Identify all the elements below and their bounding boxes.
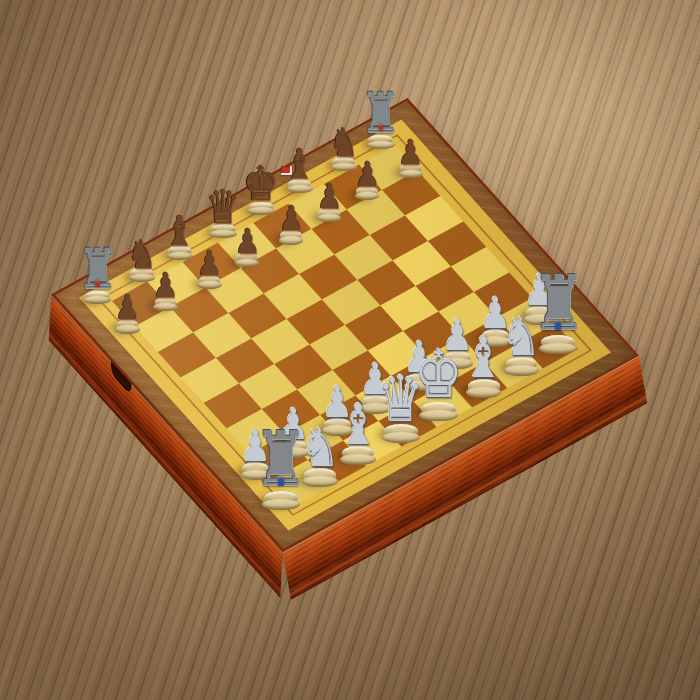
piece-glyph: ♜: [360, 87, 401, 139]
piece-glyph: ♟: [115, 291, 140, 324]
piece-black-pawn-d7[interactable]: ♟: [230, 225, 264, 264]
piece-glyph: ♟: [316, 180, 341, 213]
piece-glyph: ♟: [354, 158, 379, 191]
piece-glyph: ♝: [285, 145, 315, 184]
piece-black-pawn-h7[interactable]: ♟: [394, 136, 428, 175]
tower-door: [555, 321, 561, 330]
king-banner: [281, 166, 292, 175]
piece-glyph: ♜: [77, 243, 118, 295]
piece-glyph: ♚: [243, 161, 279, 207]
piece-black-pawn-b7[interactable]: ♟: [148, 269, 182, 308]
piece-glyph: ♟: [398, 136, 423, 169]
tower-door: [95, 280, 99, 287]
tower-door: [278, 477, 284, 486]
piece-black-pawn-g7[interactable]: ♟: [350, 158, 384, 197]
piece-glyph: ♟: [279, 202, 304, 235]
piece-glyph: ♟: [153, 269, 178, 302]
piece-black-pawn-a7[interactable]: ♟: [110, 291, 144, 330]
piece-glyph: ♟: [235, 225, 260, 258]
piece-glyph: ♝: [165, 212, 195, 251]
chess-set-photo: ♜♞♝♛♚♝♞♜♟♟♟♟♟♟♟♟♟♟♟♟♟♟♟♟♜♞♝♛♚♝♞♜: [0, 0, 700, 700]
piece-black-pawn-e7[interactable]: ♟: [274, 202, 308, 241]
piece-black-pawn-c7[interactable]: ♟: [192, 247, 226, 286]
piece-black-pawn-f7[interactable]: ♟: [312, 180, 346, 219]
tower-door: [379, 124, 383, 131]
piece-glyph: ♟: [197, 247, 222, 280]
piece-white-rook-a1[interactable]: ♜: [243, 424, 318, 505]
